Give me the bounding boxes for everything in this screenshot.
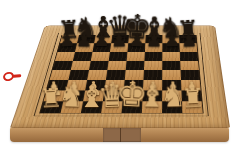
square-f5[interactable]	[144, 61, 162, 70]
piece-black-pawn-c7[interactable]: ♟	[94, 31, 110, 49]
piece-white-rook-h1[interactable]: ♜	[181, 84, 206, 111]
square-f6[interactable]	[144, 52, 162, 61]
piece-black-pawn-b7[interactable]: ♟	[76, 31, 93, 50]
square-d6[interactable]	[109, 52, 128, 61]
piece-black-pawn-f7[interactable]: ♟	[146, 31, 162, 49]
square-d5[interactable]	[107, 61, 126, 70]
square-c6[interactable]	[91, 52, 110, 61]
piece-black-pawn-e7[interactable]: ♟	[128, 31, 145, 50]
piece-black-pawn-d7[interactable]: ♟	[111, 31, 128, 50]
piece-black-pawn-g7[interactable]: ♟	[163, 31, 179, 49]
hanging-loop-ribbon	[2, 71, 15, 83]
piece-black-pawn-a7[interactable]: ♟	[58, 31, 75, 50]
board-side-edge	[10, 127, 229, 142]
square-h6[interactable]	[180, 52, 198, 61]
square-b5[interactable]	[71, 61, 91, 70]
square-g6[interactable]	[162, 52, 180, 61]
clasp-patch	[103, 127, 141, 142]
fold-seam	[120, 127, 121, 142]
square-e5[interactable]	[126, 61, 145, 70]
square-h5[interactable]	[180, 61, 199, 70]
square-c5[interactable]	[89, 61, 109, 70]
square-b6[interactable]	[73, 52, 93, 61]
square-e6[interactable]	[127, 52, 145, 61]
piece-black-pawn-h7[interactable]: ♟	[180, 31, 197, 50]
product-photo-scene: ♜♞♝♛♚♝♞♜♟♟♟♟♟♟♟♟♟♟♟♟♟♟♟♟♜♞♝♛♚♝♞♜	[0, 0, 240, 159]
square-g5[interactable]	[162, 61, 180, 70]
